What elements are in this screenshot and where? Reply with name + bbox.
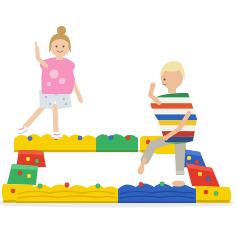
front-yellow-shade	[16, 201, 118, 203]
girl-pointing-finger	[36, 43, 37, 48]
girl-right-shoe	[51, 132, 63, 139]
scene-svg: Two children playing on a colorful wavy …	[0, 0, 238, 238]
beam-button	[35, 159, 39, 163]
beam-button	[11, 189, 15, 193]
beam-button	[206, 177, 210, 181]
boy-raised-ankle	[142, 159, 145, 166]
beam-button	[109, 135, 113, 139]
beam-button	[26, 157, 30, 161]
beam-button	[214, 191, 218, 195]
girl-right-leg	[55, 106, 56, 132]
girl-figure	[16, 26, 81, 139]
beam-button	[38, 184, 43, 189]
front-beam	[16, 182, 196, 204]
front-blue-shade	[118, 201, 196, 203]
beam-button	[195, 160, 199, 164]
boy-front-hand	[163, 135, 168, 140]
boy-cuff	[176, 171, 184, 174]
beam-button	[160, 182, 165, 187]
corner-right-shade	[196, 200, 229, 203]
beam-button	[27, 174, 31, 178]
girl-right-sleeve	[65, 61, 75, 71]
beam-button	[187, 156, 191, 160]
girl-left-leg	[25, 106, 44, 127]
beam-button	[204, 190, 208, 194]
boy-raised-hand	[150, 82, 155, 87]
girl-raised-arm	[37, 48, 46, 66]
beam-button	[28, 136, 32, 140]
beam-button	[78, 136, 82, 140]
boy-standing-foot	[172, 180, 185, 186]
beam-button	[198, 172, 202, 176]
beam-button	[96, 184, 101, 189]
back-beam-green	[96, 134, 138, 152]
beam-button	[139, 182, 144, 187]
girl-hair-bun	[57, 26, 66, 35]
beam-button	[126, 136, 130, 140]
beam-button	[65, 183, 70, 188]
product-image: Two children playing on a colorful wavy …	[0, 0, 238, 238]
beam-button	[18, 171, 22, 175]
